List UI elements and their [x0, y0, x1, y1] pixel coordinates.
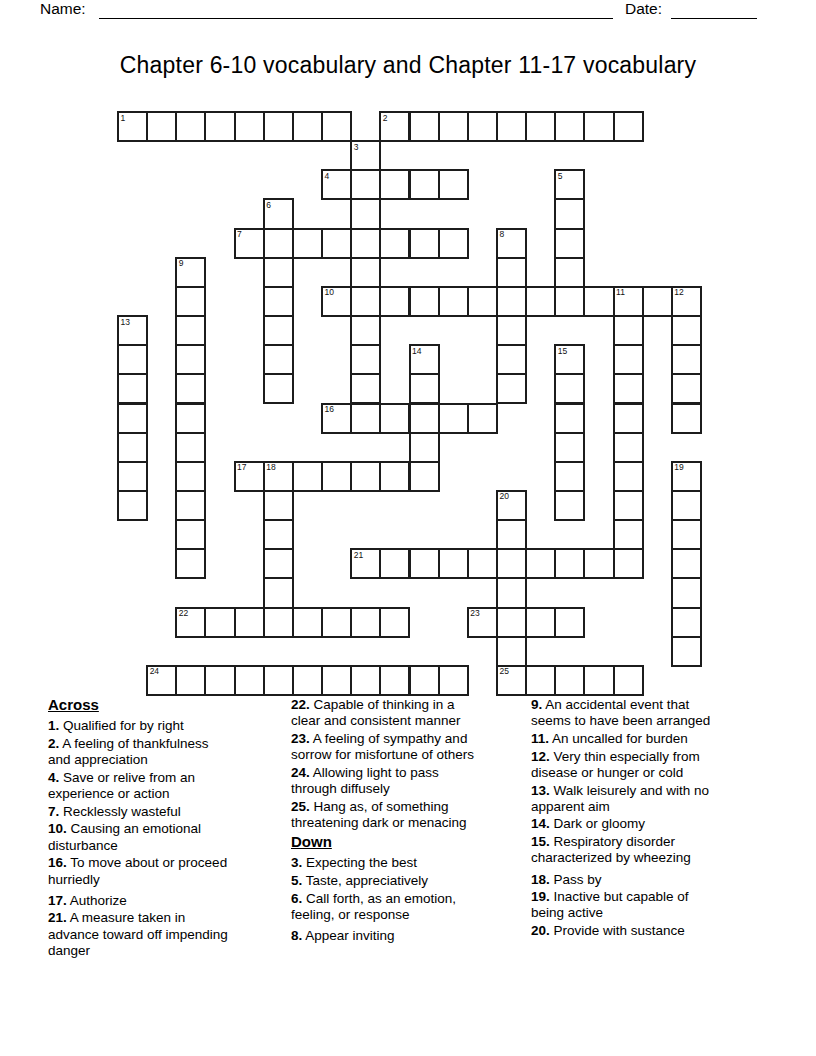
clue-number-4: 4 — [325, 171, 330, 181]
grid-cell-r17c7[interactable] — [321, 607, 352, 638]
clue-number-6: 6 — [266, 200, 271, 210]
grid-cell-r7c19[interactable] — [671, 315, 702, 346]
grid-cell-r0c11[interactable] — [438, 111, 469, 142]
clue-13-number: 13. — [531, 783, 550, 798]
grid-cell-r8c10[interactable]: 14 — [409, 344, 440, 375]
grid-cell-r9c10[interactable] — [409, 373, 440, 404]
clue-23-number: 23. — [291, 731, 310, 746]
grid-cell-r12c8[interactable] — [350, 461, 381, 492]
grid-cell-r17c8[interactable] — [350, 607, 381, 638]
grid-cell-r4c10[interactable] — [409, 228, 440, 259]
grid-cell-r13c19[interactable] — [671, 490, 702, 521]
grid-cell-r4c8[interactable] — [350, 228, 381, 259]
clue-21: 21. A measure taken in advance toward of… — [48, 910, 285, 959]
grid-cell-r14c5[interactable] — [263, 519, 294, 550]
grid-cell-r12c7[interactable] — [321, 461, 352, 492]
grid-cell-r19c5[interactable] — [263, 665, 294, 696]
grid-cell-r9c13[interactable] — [496, 373, 527, 404]
clue-10: 10. Causing an emotional disturbance — [48, 821, 285, 853]
grid-cell-r2c9[interactable] — [379, 169, 410, 200]
grid-cell-r12c4[interactable]: 17 — [234, 461, 265, 492]
clue-11: 11. An uncalled for burden — [531, 731, 776, 747]
grid-cell-r15c15[interactable] — [554, 548, 585, 579]
grid-cell-r5c5[interactable] — [263, 257, 294, 288]
grid-cell-r13c2[interactable] — [175, 490, 206, 521]
clue-12: 12. Very thin especially from disease or… — [531, 749, 776, 781]
grid-cell-r19c4[interactable] — [234, 665, 265, 696]
grid-cell-r2c10[interactable] — [409, 169, 440, 200]
grid-cell-r17c14[interactable] — [525, 607, 556, 638]
clue-1-number: 1. — [48, 718, 59, 733]
clue-number-2: 2 — [383, 113, 388, 123]
clue-4: 4. Save or relive from an experience or … — [48, 770, 285, 802]
grid-cell-r12c9[interactable] — [379, 461, 410, 492]
grid-cell-r10c2[interactable] — [175, 403, 206, 434]
clue-number-23: 23 — [470, 608, 479, 618]
clue-17-number: 17. — [48, 893, 67, 908]
clue-15-number: 15. — [531, 834, 550, 849]
clue-number-10: 10 — [325, 287, 334, 297]
clue-number-17: 17 — [237, 462, 246, 472]
grid-cell-r12c6[interactable] — [292, 461, 323, 492]
grid-cell-r15c9[interactable] — [379, 548, 410, 579]
grid-cell-r8c2[interactable] — [175, 344, 206, 375]
grid-cell-r6c19[interactable]: 12 — [671, 286, 702, 317]
grid-cell-r14c2[interactable] — [175, 519, 206, 550]
grid-cell-r12c0[interactable] — [117, 461, 148, 492]
grid-cell-r6c15[interactable] — [554, 286, 585, 317]
grid-cell-r0c12[interactable] — [467, 111, 498, 142]
grid-cell-r3c15[interactable] — [554, 198, 585, 229]
grid-cell-r17c19[interactable] — [671, 607, 702, 638]
clue-number-11: 11 — [616, 287, 625, 297]
grid-cell-r9c2[interactable] — [175, 373, 206, 404]
clue-number-19: 19 — [674, 462, 683, 472]
across-header: Across — [48, 697, 285, 713]
clue-14-number: 14. — [531, 816, 550, 831]
clue-13: 13. Walk leisurely and with no apparent … — [531, 783, 776, 815]
grid-cell-r17c3[interactable] — [204, 607, 235, 638]
clues-column-1: Across1. Qualified for by right2. A feel… — [48, 697, 285, 961]
clue-number-9: 9 — [179, 258, 184, 268]
grid-cell-r6c11[interactable] — [438, 286, 469, 317]
grid-cell-r6c8[interactable] — [350, 286, 381, 317]
grid-cell-r10c9[interactable] — [379, 403, 410, 434]
grid-cell-r10c10[interactable] — [409, 403, 440, 434]
clue-3-number: 3. — [291, 855, 302, 870]
grid-cell-r0c17[interactable] — [613, 111, 644, 142]
grid-cell-r19c6[interactable] — [292, 665, 323, 696]
grid-cell-r3c5[interactable]: 6 — [263, 198, 294, 229]
grid-cell-r8c17[interactable] — [613, 344, 644, 375]
clue-25-number: 25. — [291, 799, 310, 814]
clue-7-number: 7. — [48, 804, 59, 819]
grid-cell-r5c13[interactable] — [496, 257, 527, 288]
grid-cell-r9c17[interactable] — [613, 373, 644, 404]
grid-cell-r6c13[interactable] — [496, 286, 527, 317]
clue-25: 25. Hang as, of something threatening da… — [291, 799, 525, 831]
grid-cell-r9c5[interactable] — [263, 373, 294, 404]
clue-2: 2. A feeling of thankfulness and appreci… — [48, 736, 285, 768]
clue-18-number: 18. — [531, 872, 550, 887]
clue-number-21: 21 — [354, 550, 363, 560]
grid-cell-r4c15[interactable] — [554, 228, 585, 259]
grid-cell-r7c5[interactable] — [263, 315, 294, 346]
grid-cell-r6c14[interactable] — [525, 286, 556, 317]
grid-cell-r12c15[interactable] — [554, 461, 585, 492]
grid-cell-r10c11[interactable] — [438, 403, 469, 434]
grid-cell-r4c7[interactable] — [321, 228, 352, 259]
grid-cell-r6c5[interactable] — [263, 286, 294, 317]
clue-number-13: 13 — [121, 317, 130, 327]
grid-cell-r11c0[interactable] — [117, 432, 148, 463]
clue-number-25: 25 — [499, 666, 508, 676]
clue-3: 3. Expecting the best — [291, 855, 525, 871]
grid-cell-r8c5[interactable] — [263, 344, 294, 375]
grid-cell-r4c4[interactable]: 7 — [234, 228, 265, 259]
clue-5: 5. Taste, appreciatively — [291, 873, 525, 889]
clue-4-number: 4. — [48, 770, 59, 785]
grid-cell-r9c8[interactable] — [350, 373, 381, 404]
grid-cell-r0c13[interactable] — [496, 111, 527, 142]
grid-cell-r10c12[interactable] — [467, 403, 498, 434]
grid-cell-r8c15[interactable]: 15 — [554, 344, 585, 375]
grid-cell-r17c2[interactable]: 22 — [175, 607, 206, 638]
grid-cell-r15c11[interactable] — [438, 548, 469, 579]
grid-cell-r2c15[interactable]: 5 — [554, 169, 585, 200]
clue-15: 15. Respiratory disorder characterized b… — [531, 834, 776, 866]
grid-cell-r7c0[interactable]: 13 — [117, 315, 148, 346]
grid-cell-r2c8[interactable] — [350, 169, 381, 200]
grid-cell-r2c7[interactable]: 4 — [321, 169, 352, 200]
grid-cell-r8c0[interactable] — [117, 344, 148, 375]
grid-cell-r19c14[interactable] — [525, 665, 556, 696]
grid-cell-r18c19[interactable] — [671, 636, 702, 667]
grid-cell-r4c6[interactable] — [292, 228, 323, 259]
grid-cell-r17c15[interactable] — [554, 607, 585, 638]
grid-cell-r17c9[interactable] — [379, 607, 410, 638]
clue-8: 8. Appear inviting — [291, 928, 525, 944]
grid-cell-r3c8[interactable] — [350, 198, 381, 229]
grid-cell-r0c4[interactable] — [234, 111, 265, 142]
grid-cell-r13c17[interactable] — [613, 490, 644, 521]
grid-cell-r10c17[interactable] — [613, 403, 644, 434]
clue-number-16: 16 — [325, 404, 334, 414]
grid-cell-r19c16[interactable] — [583, 665, 614, 696]
grid-cell-r0c2[interactable] — [175, 111, 206, 142]
grid-cell-r15c8[interactable]: 21 — [350, 548, 381, 579]
clue-6-number: 6. — [291, 891, 302, 906]
grid-cell-r8c8[interactable] — [350, 344, 381, 375]
grid-cell-r14c13[interactable] — [496, 519, 527, 550]
clues-column-3: 9. An accidental event that seems to hav… — [531, 697, 776, 941]
clue-2-number: 2. — [48, 736, 59, 751]
clue-12-number: 12. — [531, 749, 550, 764]
grid-cell-r10c0[interactable] — [117, 403, 148, 434]
grid-cell-r6c16[interactable] — [583, 286, 614, 317]
grid-cell-r0c5[interactable] — [263, 111, 294, 142]
clue-number-7: 7 — [237, 229, 242, 239]
grid-cell-r8c19[interactable] — [671, 344, 702, 375]
clue-22-number: 22. — [291, 697, 310, 712]
clue-19: 19. Inactive but capable of being active — [531, 889, 776, 921]
clue-20-number: 20. — [531, 923, 550, 938]
grid-cell-r12c2[interactable] — [175, 461, 206, 492]
grid-cell-r19c2[interactable] — [175, 665, 206, 696]
grid-cell-r19c8[interactable] — [350, 665, 381, 696]
grid-cell-r0c6[interactable] — [292, 111, 323, 142]
clue-number-24: 24 — [150, 666, 159, 676]
clue-number-22: 22 — [179, 608, 188, 618]
grid-cell-r19c7[interactable] — [321, 665, 352, 696]
grid-cell-r19c1[interactable]: 24 — [146, 665, 177, 696]
grid-cell-r7c13[interactable] — [496, 315, 527, 346]
grid-cell-r13c13[interactable]: 20 — [496, 490, 527, 521]
grid-cell-r11c10[interactable] — [409, 432, 440, 463]
clue-23: 23. A feeling of sympathy and sorrow for… — [291, 731, 525, 763]
grid-cell-r0c1[interactable] — [146, 111, 177, 142]
clue-number-20: 20 — [499, 491, 508, 501]
grid-cell-r9c15[interactable] — [554, 373, 585, 404]
grid-cell-r1c8[interactable]: 3 — [350, 140, 381, 171]
grid-cell-r6c9[interactable] — [379, 286, 410, 317]
grid-cell-r0c16[interactable] — [583, 111, 614, 142]
grid-cell-r15c13[interactable] — [496, 548, 527, 579]
clue-number-14: 14 — [412, 346, 421, 356]
clue-6: 6. Call forth, as an emotion, feeling, o… — [291, 891, 525, 923]
clue-number-5: 5 — [558, 171, 563, 181]
grid-cell-r0c0[interactable]: 1 — [117, 111, 148, 142]
grid-cell-r18c13[interactable] — [496, 636, 527, 667]
grid-cell-r4c5[interactable] — [263, 228, 294, 259]
grid-cell-r10c7[interactable]: 16 — [321, 403, 352, 434]
grid-cell-r7c8[interactable] — [350, 315, 381, 346]
clue-11-number: 11. — [531, 731, 549, 746]
name-blank-line[interactable] — [99, 2, 613, 19]
grid-cell-r17c6[interactable] — [292, 607, 323, 638]
grid-cell-r12c19[interactable]: 19 — [671, 461, 702, 492]
grid-cell-r19c10[interactable] — [409, 665, 440, 696]
clue-number-15: 15 — [558, 346, 567, 356]
grid-cell-r19c13[interactable]: 25 — [496, 665, 527, 696]
clue-5-number: 5. — [291, 873, 302, 888]
grid-cell-r15c10[interactable] — [409, 548, 440, 579]
grid-cell-r17c13[interactable] — [496, 607, 527, 638]
clue-20: 20. Provide with sustance — [531, 923, 776, 939]
grid-cell-r9c0[interactable] — [117, 373, 148, 404]
grid-cell-r11c15[interactable] — [554, 432, 585, 463]
grid-cell-r9c19[interactable] — [671, 373, 702, 404]
clue-number-3: 3 — [354, 142, 359, 152]
clue-16: 16. To move about or proceed hurriedly — [48, 855, 285, 887]
worksheet-page: Name: Date: Chapter 6-10 vocabulary and … — [0, 0, 816, 1056]
grid-cell-r17c12[interactable]: 23 — [467, 607, 498, 638]
grid-cell-r12c10[interactable] — [409, 461, 440, 492]
grid-cell-r0c14[interactable] — [525, 111, 556, 142]
grid-cell-r10c8[interactable] — [350, 403, 381, 434]
grid-cell-r16c19[interactable] — [671, 577, 702, 608]
grid-cell-r4c13[interactable]: 8 — [496, 228, 527, 259]
clue-number-8: 8 — [499, 229, 504, 239]
grid-cell-r11c2[interactable] — [175, 432, 206, 463]
grid-cell-r19c9[interactable] — [379, 665, 410, 696]
grid-cell-r14c19[interactable] — [671, 519, 702, 550]
grid-cell-r0c3[interactable] — [204, 111, 235, 142]
clue-17: 17. Authorize — [48, 893, 285, 909]
clue-number-18: 18 — [266, 462, 275, 472]
grid-cell-r14c17[interactable] — [613, 519, 644, 550]
grid-cell-r7c2[interactable] — [175, 315, 206, 346]
grid-cell-r19c3[interactable] — [204, 665, 235, 696]
grid-cell-r0c7[interactable] — [321, 111, 352, 142]
grid-cell-r17c4[interactable] — [234, 607, 265, 638]
grid-cell-r2c11[interactable] — [438, 169, 469, 200]
grid-cell-r19c15[interactable] — [554, 665, 585, 696]
clue-number-12: 12 — [674, 287, 683, 297]
grid-cell-r16c13[interactable] — [496, 577, 527, 608]
grid-cell-r6c10[interactable] — [409, 286, 440, 317]
clue-9-number: 9. — [531, 697, 542, 712]
grid-cell-r12c5[interactable]: 18 — [263, 461, 294, 492]
grid-cell-r5c15[interactable] — [554, 257, 585, 288]
grid-cell-r15c19[interactable] — [671, 548, 702, 579]
clue-16-number: 16. — [48, 855, 67, 870]
clue-8-number: 8. — [291, 928, 302, 943]
grid-cell-r13c5[interactable] — [263, 490, 294, 521]
clues-column-2: 22. Capable of thinking in a clear and c… — [291, 697, 525, 946]
date-blank-line[interactable] — [671, 2, 757, 19]
grid-cell-r16c5[interactable] — [263, 577, 294, 608]
grid-cell-r12c17[interactable] — [613, 461, 644, 492]
grid-cell-r10c19[interactable] — [671, 403, 702, 434]
grid-cell-r7c17[interactable] — [613, 315, 644, 346]
grid-cell-r11c17[interactable] — [613, 432, 644, 463]
clue-14: 14. Dark or gloomy — [531, 816, 776, 832]
clue-19-number: 19. — [531, 889, 550, 904]
grid-cell-r0c10[interactable] — [409, 111, 440, 142]
clue-7: 7. Recklessly wasteful — [48, 804, 285, 820]
grid-cell-r4c11[interactable] — [438, 228, 469, 259]
grid-cell-r17c5[interactable] — [263, 607, 294, 638]
grid-cell-r5c8[interactable] — [350, 257, 381, 288]
date-label: Date: — [625, 0, 662, 18]
grid-cell-r15c14[interactable] — [525, 548, 556, 579]
down-header: Down — [291, 834, 525, 850]
clue-10-number: 10. — [48, 821, 67, 836]
name-label: Name: — [40, 0, 86, 18]
grid-cell-r6c17[interactable]: 11 — [613, 286, 644, 317]
grid-cell-r4c9[interactable] — [379, 228, 410, 259]
grid-cell-r6c18[interactable] — [642, 286, 673, 317]
clue-24: 24. Allowing light to pass through diffu… — [291, 765, 525, 797]
clue-1: 1. Qualified for by right — [48, 718, 285, 734]
grid-cell-r6c12[interactable] — [467, 286, 498, 317]
grid-cell-r0c9[interactable]: 2 — [379, 111, 410, 142]
grid-cell-r6c2[interactable] — [175, 286, 206, 317]
clue-18: 18. Pass by — [531, 872, 776, 888]
grid-cell-r13c15[interactable] — [554, 490, 585, 521]
grid-cell-r15c12[interactable] — [467, 548, 498, 579]
grid-cell-r5c2[interactable]: 9 — [175, 257, 206, 288]
grid-cell-r15c5[interactable] — [263, 548, 294, 579]
grid-cell-r15c2[interactable] — [175, 548, 206, 579]
page-title: Chapter 6-10 vocabulary and Chapter 11-1… — [0, 52, 816, 79]
clue-22: 22. Capable of thinking in a clear and c… — [291, 697, 525, 729]
clue-number-1: 1 — [121, 113, 126, 123]
grid-cell-r19c11[interactable] — [438, 665, 469, 696]
grid-cell-r8c13[interactable] — [496, 344, 527, 375]
clue-9: 9. An accidental event that seems to hav… — [531, 697, 776, 729]
grid-cell-r15c16[interactable] — [583, 548, 614, 579]
grid-cell-r13c0[interactable] — [117, 490, 148, 521]
clue-21-number: 21. — [48, 910, 67, 925]
grid-cell-r6c7[interactable]: 10 — [321, 286, 352, 317]
grid-cell-r19c17[interactable] — [613, 665, 644, 696]
clue-24-number: 24. — [291, 765, 310, 780]
grid-cell-r0c15[interactable] — [554, 111, 585, 142]
grid-cell-r15c17[interactable] — [613, 548, 644, 579]
grid-cell-r10c15[interactable] — [554, 403, 585, 434]
